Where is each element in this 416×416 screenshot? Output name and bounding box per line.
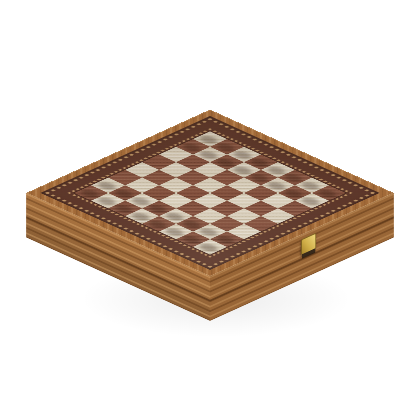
product-photo: ♜♞♝♛♚♝♞♜♟♟♟♟♟♟♟♟♟♟♟♟♟♟♟♟♜♞♝♛♚♝♞♜: [0, 0, 416, 416]
chess-case: ♜♞♝♛♚♝♞♜♟♟♟♟♟♟♟♟♟♟♟♟♟♟♟♟♜♞♝♛♚♝♞♜: [26, 110, 394, 277]
brass-latch: [301, 233, 316, 256]
